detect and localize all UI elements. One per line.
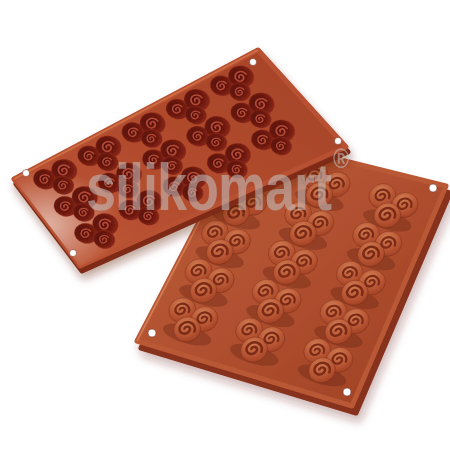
corner-hole <box>23 170 30 177</box>
corner-hole <box>148 329 156 337</box>
mold-photo-svg <box>0 0 450 463</box>
corner-hole <box>70 250 77 257</box>
corner-hole <box>429 184 437 192</box>
corner-hole <box>250 59 257 66</box>
corner-hole <box>335 138 342 145</box>
product-photo: silikomart® <box>0 0 450 463</box>
corner-hole <box>343 388 351 396</box>
